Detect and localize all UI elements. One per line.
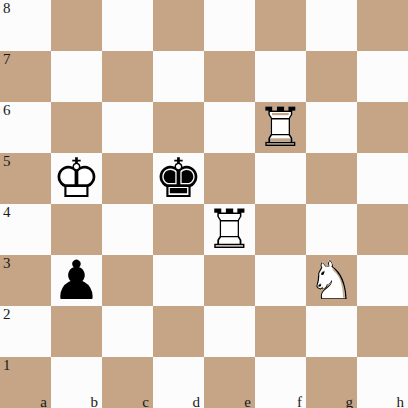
square-g6[interactable] xyxy=(306,102,357,153)
square-c1[interactable]: c xyxy=(102,357,153,408)
piece-white-rook[interactable]: ♜♖ xyxy=(204,204,255,255)
file-label-h: h xyxy=(397,394,405,408)
square-f1[interactable]: f xyxy=(255,357,306,408)
square-h2[interactable] xyxy=(357,306,408,357)
piece-glyph-outline: ♔ xyxy=(51,153,102,204)
square-b2[interactable] xyxy=(51,306,102,357)
piece-white-rook[interactable]: ♜♖ xyxy=(255,102,306,153)
piece-glyph: ♚ xyxy=(153,153,204,204)
square-g2[interactable] xyxy=(306,306,357,357)
rank-label-1: 1 xyxy=(3,357,11,374)
square-h4[interactable] xyxy=(357,204,408,255)
file-label-d: d xyxy=(193,394,201,408)
piece-black-pawn[interactable]: ♟ xyxy=(51,255,102,306)
piece-white-knight[interactable]: ♞♘ xyxy=(306,255,357,306)
square-e5[interactable] xyxy=(204,153,255,204)
square-e2[interactable] xyxy=(204,306,255,357)
square-f2[interactable] xyxy=(255,306,306,357)
square-f8[interactable] xyxy=(255,0,306,51)
square-f6[interactable]: ♜♖ xyxy=(255,102,306,153)
square-g4[interactable] xyxy=(306,204,357,255)
square-f3[interactable] xyxy=(255,255,306,306)
square-b5[interactable]: ♚♔ xyxy=(51,153,102,204)
square-c8[interactable] xyxy=(102,0,153,51)
square-b6[interactable] xyxy=(51,102,102,153)
rank-label-4: 4 xyxy=(3,204,11,221)
square-h1[interactable]: h xyxy=(357,357,408,408)
square-d4[interactable] xyxy=(153,204,204,255)
square-b4[interactable] xyxy=(51,204,102,255)
chess-board: 876♜♖5♚♔♚4♜♖3♟♞♘21abcdefgh xyxy=(0,0,408,408)
piece-glyph-outline: ♖ xyxy=(204,204,255,255)
square-e8[interactable] xyxy=(204,0,255,51)
square-f7[interactable] xyxy=(255,51,306,102)
square-d2[interactable] xyxy=(153,306,204,357)
rank-label-2: 2 xyxy=(3,306,11,323)
square-a1[interactable]: 1a xyxy=(0,357,51,408)
piece-glyph-outline: ♘ xyxy=(306,255,357,306)
square-b1[interactable]: b xyxy=(51,357,102,408)
square-h6[interactable] xyxy=(357,102,408,153)
square-a5[interactable]: 5 xyxy=(0,153,51,204)
square-g3[interactable]: ♞♘ xyxy=(306,255,357,306)
square-e1[interactable]: e xyxy=(204,357,255,408)
square-b3[interactable]: ♟ xyxy=(51,255,102,306)
square-g5[interactable] xyxy=(306,153,357,204)
file-label-b: b xyxy=(91,394,99,408)
square-a8[interactable]: 8 xyxy=(0,0,51,51)
piece-glyph-outline: ♖ xyxy=(255,102,306,153)
square-e6[interactable] xyxy=(204,102,255,153)
square-h5[interactable] xyxy=(357,153,408,204)
file-label-a: a xyxy=(40,394,47,408)
square-e4[interactable]: ♜♖ xyxy=(204,204,255,255)
square-b8[interactable] xyxy=(51,0,102,51)
piece-black-king[interactable]: ♚ xyxy=(153,153,204,204)
rank-label-5: 5 xyxy=(3,153,11,170)
square-d7[interactable] xyxy=(153,51,204,102)
square-c3[interactable] xyxy=(102,255,153,306)
square-c2[interactable] xyxy=(102,306,153,357)
file-label-f: f xyxy=(297,394,302,408)
piece-white-king[interactable]: ♚♔ xyxy=(51,153,102,204)
rank-label-6: 6 xyxy=(3,102,11,119)
square-c7[interactable] xyxy=(102,51,153,102)
square-b7[interactable] xyxy=(51,51,102,102)
file-label-c: c xyxy=(142,394,149,408)
square-d5[interactable]: ♚ xyxy=(153,153,204,204)
square-d8[interactable] xyxy=(153,0,204,51)
square-d3[interactable] xyxy=(153,255,204,306)
square-h8[interactable] xyxy=(357,0,408,51)
square-e3[interactable] xyxy=(204,255,255,306)
file-label-g: g xyxy=(346,394,354,408)
square-c5[interactable] xyxy=(102,153,153,204)
square-d1[interactable]: d xyxy=(153,357,204,408)
square-g1[interactable]: g xyxy=(306,357,357,408)
file-label-e: e xyxy=(244,394,251,408)
square-d6[interactable] xyxy=(153,102,204,153)
rank-label-7: 7 xyxy=(3,51,11,68)
square-h7[interactable] xyxy=(357,51,408,102)
square-g8[interactable] xyxy=(306,0,357,51)
piece-glyph: ♟ xyxy=(51,255,102,306)
square-a7[interactable]: 7 xyxy=(0,51,51,102)
square-g7[interactable] xyxy=(306,51,357,102)
square-c4[interactable] xyxy=(102,204,153,255)
rank-label-3: 3 xyxy=(3,255,11,272)
square-c6[interactable] xyxy=(102,102,153,153)
square-f4[interactable] xyxy=(255,204,306,255)
square-e7[interactable] xyxy=(204,51,255,102)
square-a2[interactable]: 2 xyxy=(0,306,51,357)
square-h3[interactable] xyxy=(357,255,408,306)
square-f5[interactable] xyxy=(255,153,306,204)
square-a3[interactable]: 3 xyxy=(0,255,51,306)
square-a4[interactable]: 4 xyxy=(0,204,51,255)
rank-label-8: 8 xyxy=(3,0,11,17)
square-a6[interactable]: 6 xyxy=(0,102,51,153)
